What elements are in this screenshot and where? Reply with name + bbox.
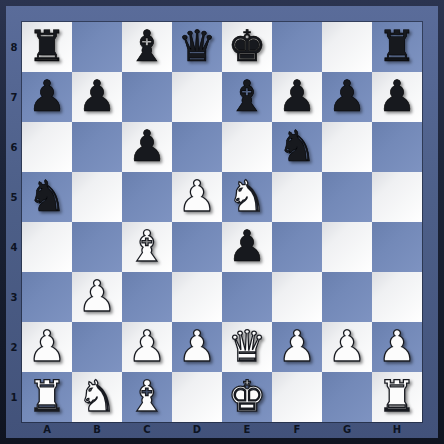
white-bishop[interactable]: ♝	[122, 222, 172, 272]
white-pawn[interactable]: ♟	[322, 322, 372, 372]
square-e6[interactable]	[222, 122, 272, 172]
file-label-h: H	[372, 422, 422, 437]
white-knight[interactable]: ♞	[72, 372, 122, 422]
square-c1[interactable]: ♝	[122, 372, 172, 422]
square-e8[interactable]: ♚	[222, 22, 272, 72]
square-h7[interactable]: ♟	[372, 72, 422, 122]
black-pawn[interactable]: ♟	[72, 72, 122, 122]
black-pawn[interactable]: ♟	[22, 72, 72, 122]
file-label-a: A	[22, 422, 72, 437]
square-c2[interactable]: ♟	[122, 322, 172, 372]
file-label-e: E	[222, 422, 272, 437]
black-pawn[interactable]: ♟	[372, 72, 422, 122]
file-label-d: D	[172, 422, 222, 437]
square-b8[interactable]	[72, 22, 122, 72]
square-g2[interactable]: ♟	[322, 322, 372, 372]
black-knight[interactable]: ♞	[22, 172, 72, 222]
file-label-f: F	[272, 422, 322, 437]
square-d5[interactable]: ♟	[172, 172, 222, 222]
black-queen[interactable]: ♛	[172, 22, 222, 72]
square-c4[interactable]: ♝	[122, 222, 172, 272]
white-king[interactable]: ♚	[222, 372, 272, 422]
square-b3[interactable]: ♟	[72, 272, 122, 322]
square-d7[interactable]	[172, 72, 222, 122]
black-knight[interactable]: ♞	[272, 122, 322, 172]
square-e4[interactable]: ♟	[222, 222, 272, 272]
black-bishop[interactable]: ♝	[222, 72, 272, 122]
square-h5[interactable]	[372, 172, 422, 222]
chess-board-frame: 87654321 ABCDEFGH ♜♝♛♚♜♟♟♝♟♟♟♟♞♞♟♞♝♟♟♟♟♟…	[0, 0, 444, 444]
white-pawn[interactable]: ♟	[372, 322, 422, 372]
white-pawn[interactable]: ♟	[22, 322, 72, 372]
square-f6[interactable]: ♞	[272, 122, 322, 172]
white-rook[interactable]: ♜	[372, 372, 422, 422]
square-d2[interactable]: ♟	[172, 322, 222, 372]
square-g8[interactable]	[322, 22, 372, 72]
square-a4[interactable]	[22, 222, 72, 272]
square-b5[interactable]	[72, 172, 122, 222]
square-h3[interactable]	[372, 272, 422, 322]
rank-labels: 87654321	[6, 22, 22, 422]
rank-label-5: 5	[6, 172, 22, 222]
white-pawn[interactable]: ♟	[72, 272, 122, 322]
square-a6[interactable]	[22, 122, 72, 172]
square-h1[interactable]: ♜	[372, 372, 422, 422]
square-h6[interactable]	[372, 122, 422, 172]
square-c5[interactable]	[122, 172, 172, 222]
square-f3[interactable]	[272, 272, 322, 322]
square-d6[interactable]	[172, 122, 222, 172]
square-a1[interactable]: ♜	[22, 372, 72, 422]
rank-label-8: 8	[6, 22, 22, 72]
rank-label-6: 6	[6, 122, 22, 172]
file-label-b: B	[72, 422, 122, 437]
file-label-g: G	[322, 422, 372, 437]
black-pawn[interactable]: ♟	[122, 122, 172, 172]
black-pawn[interactable]: ♟	[222, 222, 272, 272]
square-d4[interactable]	[172, 222, 222, 272]
square-a2[interactable]: ♟	[22, 322, 72, 372]
square-g6[interactable]	[322, 122, 372, 172]
black-pawn[interactable]: ♟	[322, 72, 372, 122]
square-g1[interactable]	[322, 372, 372, 422]
square-g4[interactable]	[322, 222, 372, 272]
square-f8[interactable]	[272, 22, 322, 72]
square-e1[interactable]: ♚	[222, 372, 272, 422]
square-f7[interactable]: ♟	[272, 72, 322, 122]
black-rook[interactable]: ♜	[22, 22, 72, 72]
square-g5[interactable]	[322, 172, 372, 222]
white-rook[interactable]: ♜	[22, 372, 72, 422]
rank-label-1: 1	[6, 372, 22, 422]
square-g3[interactable]	[322, 272, 372, 322]
square-c3[interactable]	[122, 272, 172, 322]
square-f4[interactable]	[272, 222, 322, 272]
square-c7[interactable]	[122, 72, 172, 122]
square-h4[interactable]	[372, 222, 422, 272]
square-c6[interactable]: ♟	[122, 122, 172, 172]
square-b1[interactable]: ♞	[72, 372, 122, 422]
square-d3[interactable]	[172, 272, 222, 322]
file-labels: ABCDEFGH	[22, 422, 422, 437]
square-f1[interactable]	[272, 372, 322, 422]
rank-label-2: 2	[6, 322, 22, 372]
square-e3[interactable]	[222, 272, 272, 322]
rank-label-3: 3	[6, 272, 22, 322]
rank-label-4: 4	[6, 222, 22, 272]
square-b6[interactable]	[72, 122, 122, 172]
square-a5[interactable]: ♞	[22, 172, 72, 222]
square-d1[interactable]	[172, 372, 222, 422]
square-g7[interactable]: ♟	[322, 72, 372, 122]
white-queen[interactable]: ♛	[222, 322, 272, 372]
square-e2[interactable]: ♛	[222, 322, 272, 372]
black-rook[interactable]: ♜	[372, 22, 422, 72]
white-pawn[interactable]: ♟	[272, 322, 322, 372]
white-pawn[interactable]: ♟	[172, 322, 222, 372]
file-label-c: C	[122, 422, 172, 437]
square-b7[interactable]: ♟	[72, 72, 122, 122]
square-e5[interactable]: ♞	[222, 172, 272, 222]
chess-board: ♜♝♛♚♜♟♟♝♟♟♟♟♞♞♟♞♝♟♟♟♟♟♛♟♟♟♜♞♝♚♜	[22, 22, 422, 422]
black-king[interactable]: ♚	[222, 22, 272, 72]
square-h2[interactable]: ♟	[372, 322, 422, 372]
white-knight[interactable]: ♞	[222, 172, 272, 222]
square-b4[interactable]	[72, 222, 122, 272]
square-h8[interactable]: ♜	[372, 22, 422, 72]
square-f5[interactable]	[272, 172, 322, 222]
white-pawn[interactable]: ♟	[172, 172, 222, 222]
square-f2[interactable]: ♟	[272, 322, 322, 372]
square-c8[interactable]: ♝	[122, 22, 172, 72]
square-a8[interactable]: ♜	[22, 22, 72, 72]
square-a3[interactable]	[22, 272, 72, 322]
black-pawn[interactable]: ♟	[272, 72, 322, 122]
white-pawn[interactable]: ♟	[122, 322, 172, 372]
rank-label-7: 7	[6, 72, 22, 122]
square-d8[interactable]: ♛	[172, 22, 222, 72]
black-bishop[interactable]: ♝	[122, 22, 172, 72]
square-b2[interactable]	[72, 322, 122, 372]
white-bishop[interactable]: ♝	[122, 372, 172, 422]
square-e7[interactable]: ♝	[222, 72, 272, 122]
square-a7[interactable]: ♟	[22, 72, 72, 122]
